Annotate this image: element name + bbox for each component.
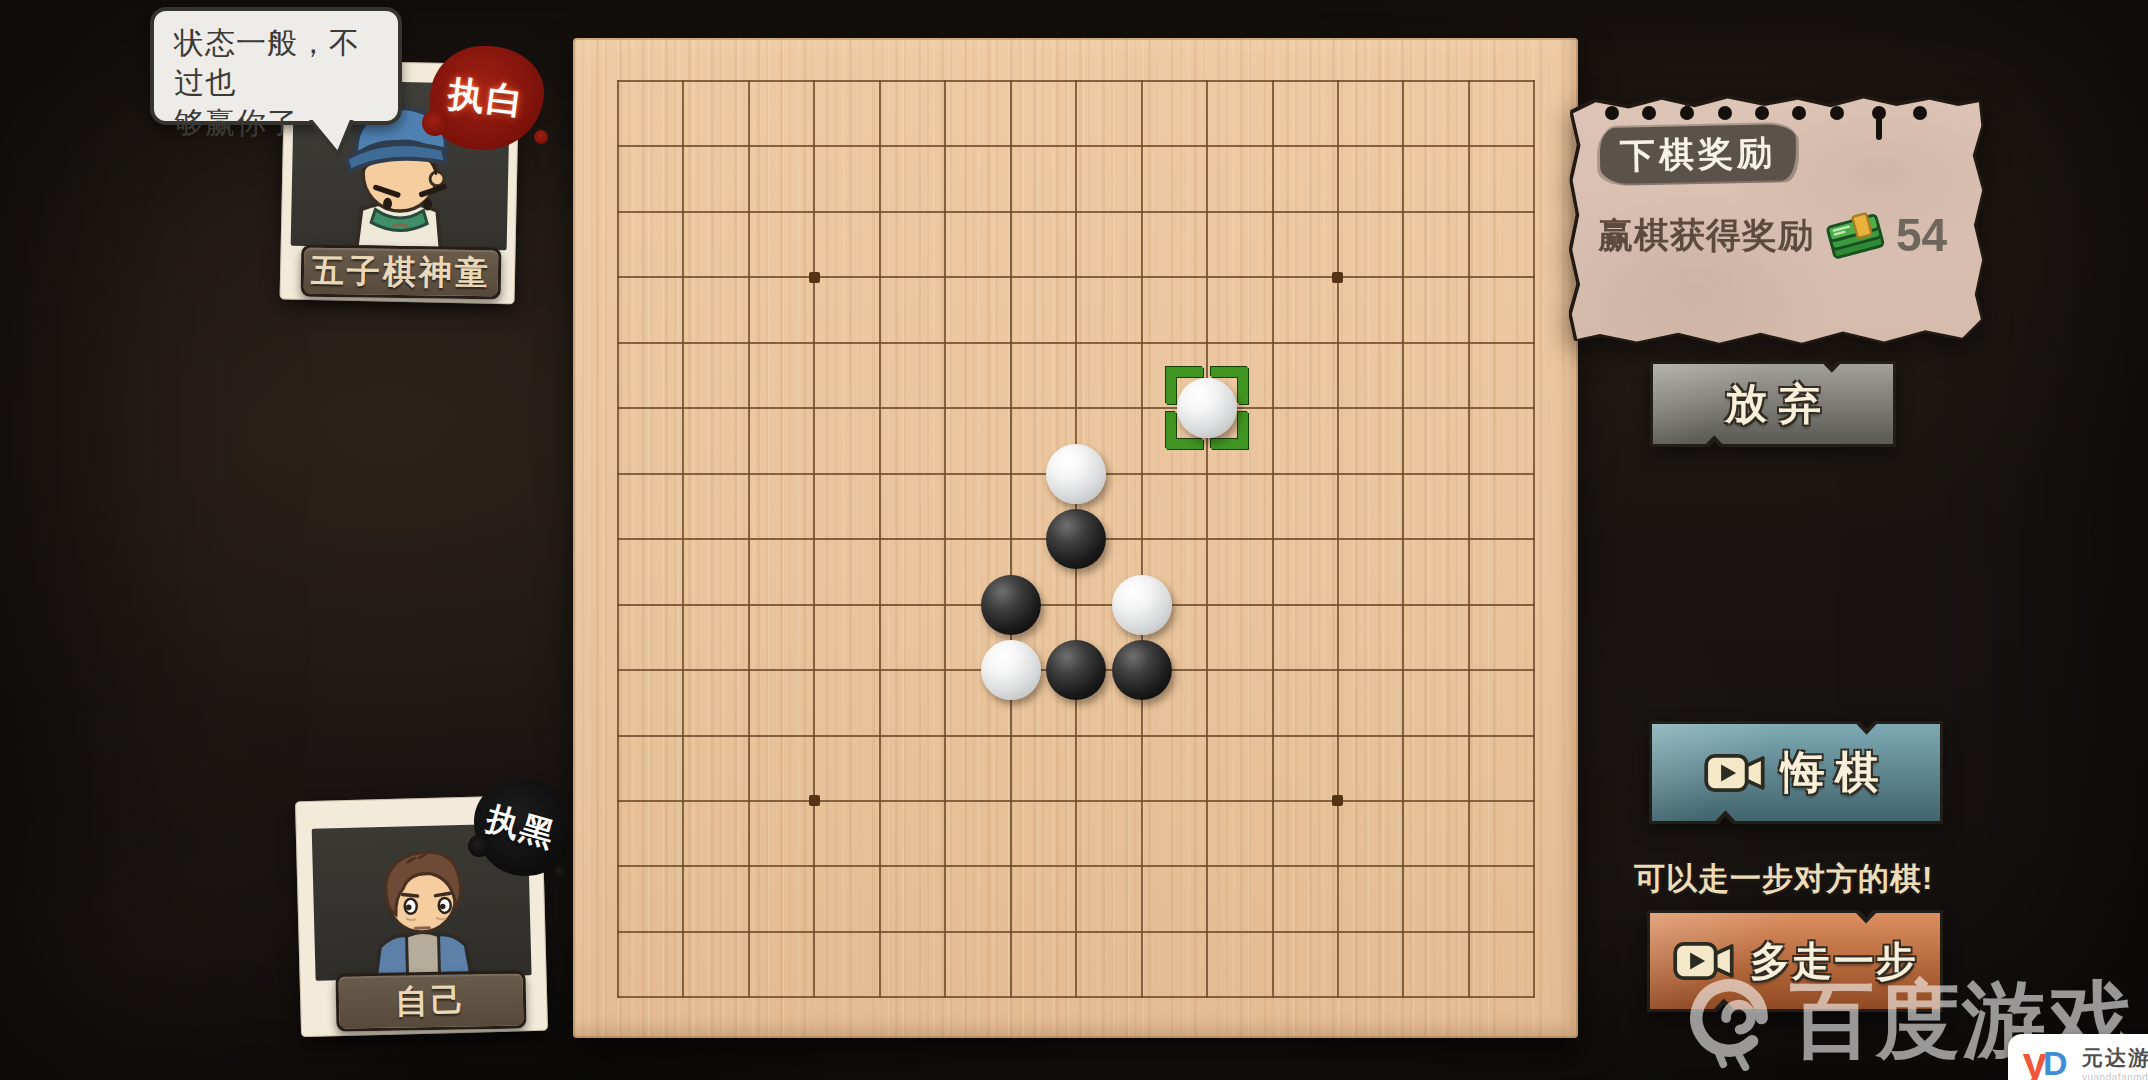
punch-hole	[1830, 106, 1844, 120]
white-stone	[1046, 444, 1106, 504]
reward-label: 赢棋获得奖励	[1598, 212, 1814, 259]
grid-line	[617, 735, 1535, 737]
video-ad-icon	[1703, 748, 1767, 798]
grid-line	[1533, 80, 1535, 998]
white-stone	[981, 640, 1041, 700]
grid-line	[617, 996, 1535, 998]
extra-move-label: 多走一步	[1750, 934, 1918, 989]
extra-move-tip: 可以走一步对方的棋!	[1634, 858, 1994, 900]
star-point	[809, 795, 820, 806]
star-point	[809, 272, 820, 283]
reward-title: 下棋奖励	[1620, 129, 1777, 179]
reward-amount: 54	[1896, 208, 1947, 262]
give-up-label: 放弃	[1713, 376, 1833, 432]
reward-title-chip: 下棋奖励	[1599, 124, 1796, 184]
grid-line	[617, 800, 1535, 802]
opponent-side-badge: 执白	[445, 69, 528, 127]
player-name-plate: 自己	[336, 970, 527, 1031]
undo-label: 悔棋	[1781, 743, 1889, 802]
publisher-logo-icon: yD	[2020, 1045, 2074, 1080]
speech-bubble-tail	[306, 120, 356, 158]
publisher-name: 元达游戏	[2082, 1044, 2148, 1072]
grid-line	[617, 604, 1535, 606]
money-stack-icon	[1819, 203, 1890, 267]
punch-hole	[1872, 106, 1886, 120]
reward-paper: 下棋奖励 赢棋获得奖励 54	[1571, 96, 1983, 344]
publisher-badge: yD 元达游戏 yuandafanmd.com	[2008, 1034, 2148, 1080]
punch-hole	[1755, 106, 1769, 120]
grid-line	[1337, 80, 1339, 998]
black-stone	[1112, 640, 1172, 700]
punch-hole	[1680, 106, 1694, 120]
star-point	[1332, 272, 1343, 283]
opponent-name-plate: 五子棋神童	[301, 245, 502, 300]
white-stone	[1177, 378, 1237, 438]
black-stone	[1046, 509, 1106, 569]
grid-line	[1206, 80, 1208, 998]
speech-line-1: 状态一般，不过也	[174, 23, 378, 103]
grid-line	[1141, 80, 1143, 998]
punch-hole	[1913, 106, 1927, 120]
opponent-side-splat: 执白	[430, 46, 544, 150]
game-screen: 状态一般，不过也 够赢你了 执白 五子棋神童	[0, 0, 2148, 1080]
black-stone	[1046, 640, 1106, 700]
player-name: 自己	[395, 978, 468, 1024]
punch-hole	[1792, 106, 1806, 120]
extra-move-button[interactable]: 多走一步	[1650, 913, 1940, 1009]
grid-line	[617, 931, 1535, 933]
black-stone	[981, 575, 1041, 635]
grid-line	[617, 865, 1535, 867]
opponent-name: 五子棋神童	[311, 248, 492, 296]
grid-line	[1272, 80, 1274, 998]
opponent-speech-bubble: 状态一般，不过也 够赢你了	[150, 7, 402, 125]
player-side-badge: 执黑	[481, 796, 561, 859]
reward-row: 赢棋获得奖励 54	[1598, 206, 1947, 264]
video-ad-icon	[1672, 936, 1736, 986]
undo-move-button[interactable]: 悔棋	[1652, 724, 1940, 821]
publisher-domain: yuandafanmd.com	[2082, 1072, 2148, 1080]
grid-line	[1468, 80, 1470, 998]
punch-hole	[1718, 106, 1732, 120]
grid-line	[1402, 80, 1404, 998]
white-stone	[1112, 575, 1172, 635]
give-up-button[interactable]: 放弃	[1653, 364, 1893, 444]
punch-hole	[1642, 106, 1656, 120]
punch-hole	[1605, 106, 1619, 120]
reward-panel: 下棋奖励 赢棋获得奖励 54	[1571, 96, 1983, 344]
gomoku-board[interactable]	[573, 38, 1578, 1038]
star-point	[1332, 795, 1343, 806]
